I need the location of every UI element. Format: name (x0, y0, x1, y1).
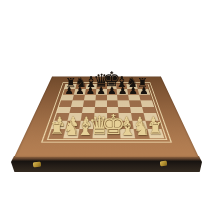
piece-black-pawn[interactable]: ♟ (118, 84, 127, 94)
piece-black-pawn[interactable]: ♟ (86, 84, 95, 94)
chess-set-photo: ♜♞♝♛♚♝♞♜♟♟♟♟♟♟♟♟♟♟♟♟♟♟♟♟♜♞♝♛♚♝♞♜ (0, 0, 210, 210)
piece-black-pawn[interactable]: ♟ (75, 84, 84, 94)
piece-black-pawn[interactable]: ♟ (97, 84, 106, 94)
piece-white-rook[interactable]: ♜ (148, 121, 163, 138)
piece-black-pawn[interactable]: ♟ (107, 84, 116, 94)
piece-black-pawn[interactable]: ♟ (139, 84, 148, 94)
brass-clasp-left (33, 161, 42, 167)
square-c5[interactable] (83, 100, 95, 106)
square-e5[interactable] (107, 100, 119, 106)
piece-black-pawn[interactable]: ♟ (65, 84, 74, 94)
brass-clasp-right (160, 161, 167, 167)
piece-black-pawn[interactable]: ♟ (129, 84, 138, 94)
square-h5[interactable] (141, 100, 154, 106)
square-h4[interactable] (142, 106, 156, 113)
square-d5[interactable] (95, 100, 107, 106)
box-front-edge (11, 156, 202, 172)
square-b4[interactable] (69, 106, 83, 113)
